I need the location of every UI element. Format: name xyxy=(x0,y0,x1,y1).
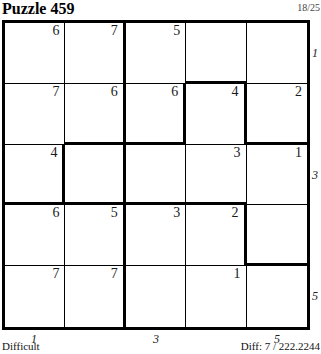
given-digit: 2 xyxy=(295,84,302,99)
cell-r0c4[interactable] xyxy=(247,23,307,84)
cell-r3c3[interactable]: 2 xyxy=(186,205,246,266)
col-label-3: 3 xyxy=(153,332,159,347)
given-digit: 3 xyxy=(234,145,241,160)
given-digit: 1 xyxy=(295,145,302,160)
cell-r2c0[interactable]: 4 xyxy=(5,145,65,206)
puzzle-counter: 18/25 xyxy=(297,2,320,13)
cell-r3c4[interactable] xyxy=(247,205,307,266)
given-digit: 6 xyxy=(111,84,118,99)
given-digit: 7 xyxy=(52,84,59,99)
puzzle-page: Puzzle 459 18/25 675766424316532771 1 3 … xyxy=(0,0,321,354)
given-digit: 1 xyxy=(234,266,241,281)
given-digit: 2 xyxy=(232,205,239,220)
row-label-1: 1 xyxy=(312,46,321,61)
cell-r2c4[interactable]: 1 xyxy=(247,145,307,206)
cell-r1c2[interactable]: 6 xyxy=(126,84,186,145)
board: 675766424316532771 xyxy=(2,20,310,330)
cell-r4c1[interactable]: 7 xyxy=(65,266,125,327)
cell-r4c0[interactable]: 7 xyxy=(5,266,65,327)
given-digit: 5 xyxy=(173,23,180,38)
given-digit: 5 xyxy=(111,205,118,220)
page-title: Puzzle 459 xyxy=(2,0,74,18)
cell-r3c2[interactable]: 3 xyxy=(126,205,186,266)
cell-r0c3[interactable] xyxy=(186,23,246,84)
cell-r0c1[interactable]: 7 xyxy=(65,23,125,84)
given-digit: 3 xyxy=(173,205,180,220)
given-digit: 6 xyxy=(52,23,59,38)
cell-r0c0[interactable]: 6 xyxy=(5,23,65,84)
given-digit: 6 xyxy=(52,205,59,220)
row-label-5: 5 xyxy=(312,289,321,304)
given-digit: 6 xyxy=(171,84,178,99)
cell-r4c2[interactable] xyxy=(126,266,186,327)
row-label-3: 3 xyxy=(312,168,321,183)
cell-r4c3[interactable]: 1 xyxy=(186,266,246,327)
cell-r4c4[interactable] xyxy=(247,266,307,327)
given-digit: 4 xyxy=(232,84,239,99)
given-digit: 4 xyxy=(50,145,57,160)
cell-r1c3[interactable]: 4 xyxy=(186,84,246,145)
cell-r2c1[interactable] xyxy=(65,145,125,206)
given-digit: 7 xyxy=(111,266,118,281)
given-digit: 7 xyxy=(111,23,118,38)
cell-r2c2[interactable] xyxy=(126,145,186,206)
cell-r1c4[interactable]: 2 xyxy=(247,84,307,145)
cell-r0c2[interactable]: 5 xyxy=(126,23,186,84)
cell-r1c1[interactable]: 6 xyxy=(65,84,125,145)
cell-r2c3[interactable]: 3 xyxy=(186,145,246,206)
difficulty-label: Difficult xyxy=(2,340,40,352)
cell-r1c0[interactable]: 7 xyxy=(5,84,65,145)
cell-r3c1[interactable]: 5 xyxy=(65,205,125,266)
difficulty-rating: Diff: 7 / 222.2244 xyxy=(241,340,320,352)
given-digit: 7 xyxy=(52,266,59,281)
cell-r3c0[interactable]: 6 xyxy=(5,205,65,266)
